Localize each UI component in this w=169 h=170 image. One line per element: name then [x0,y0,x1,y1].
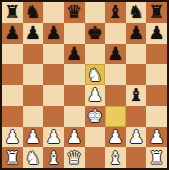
square-b6[interactable] [23,44,44,65]
white-pawn: ♟ [128,127,144,147]
square-a6[interactable] [2,44,23,65]
square-c5[interactable] [43,64,64,85]
square-g2[interactable]: ♟ [126,127,147,148]
square-g7[interactable]: ♟ [126,23,147,44]
square-f1[interactable]: ♝ [105,147,126,168]
white-rook: ♜ [4,147,20,167]
white-knight: ♞ [87,64,103,84]
square-f4[interactable] [105,85,126,106]
square-d3[interactable] [64,106,85,127]
square-g8[interactable]: ♞ [126,2,147,23]
square-e5[interactable]: ♞ [85,64,106,85]
black-pawn: ♟ [149,23,165,43]
square-d4[interactable] [64,85,85,106]
square-b4[interactable] [23,85,44,106]
square-e2[interactable] [85,127,106,148]
white-king: ♚ [87,106,103,126]
square-b7[interactable]: ♟ [23,23,44,44]
square-f8[interactable]: ♝ [105,2,126,23]
square-h6[interactable] [146,44,167,65]
black-knight: ♞ [128,2,144,22]
white-pawn: ♟ [4,127,20,147]
square-a1[interactable]: ♜ [2,147,23,168]
chess-board: ♜♞♛♝♞♜♟♟♟♚♟♟♟♟♞♟♝♚♟♟♟♟♟♟♟♜♞♝♛♝♜ [2,2,167,168]
black-bishop: ♝ [128,85,144,105]
white-knight: ♞ [25,147,41,167]
square-e8[interactable] [85,2,106,23]
square-g5[interactable] [126,64,147,85]
black-bishop: ♝ [107,2,123,22]
square-h5[interactable] [146,64,167,85]
square-a5[interactable] [2,64,23,85]
square-c2[interactable]: ♟ [43,127,64,148]
square-e3[interactable]: ♚ [85,106,106,127]
white-queen: ♛ [66,147,82,167]
white-pawn: ♟ [25,127,41,147]
square-b1[interactable]: ♞ [23,147,44,168]
black-pawn: ♟ [25,23,41,43]
white-pawn: ♟ [45,127,61,147]
square-f5[interactable] [105,64,126,85]
black-pawn: ♟ [107,44,123,64]
white-pawn: ♟ [87,85,103,105]
square-b2[interactable]: ♟ [23,127,44,148]
square-f6[interactable]: ♟ [105,44,126,65]
square-h8[interactable]: ♜ [146,2,167,23]
white-bishop: ♝ [45,147,61,167]
square-h1[interactable]: ♜ [146,147,167,168]
square-a2[interactable]: ♟ [2,127,23,148]
square-a4[interactable] [2,85,23,106]
square-d6[interactable]: ♟ [64,44,85,65]
square-f2[interactable]: ♟ [105,127,126,148]
square-h4[interactable] [146,85,167,106]
square-b8[interactable]: ♞ [23,2,44,23]
black-pawn: ♟ [128,23,144,43]
square-d7[interactable] [64,23,85,44]
square-c7[interactable]: ♟ [43,23,64,44]
square-e6[interactable] [85,44,106,65]
square-g4[interactable]: ♝ [126,85,147,106]
square-a3[interactable] [2,106,23,127]
square-d1[interactable]: ♛ [64,147,85,168]
square-e1[interactable] [85,147,106,168]
square-c3[interactable] [43,106,64,127]
white-bishop: ♝ [107,147,123,167]
black-queen: ♛ [66,2,82,22]
square-f3[interactable] [105,106,126,127]
square-a8[interactable]: ♜ [2,2,23,23]
black-pawn: ♟ [4,23,20,43]
square-d8[interactable]: ♛ [64,2,85,23]
square-h2[interactable]: ♟ [146,127,167,148]
square-f7[interactable] [105,23,126,44]
white-pawn: ♟ [66,127,82,147]
white-pawn: ♟ [149,127,165,147]
square-e7[interactable]: ♚ [85,23,106,44]
square-h7[interactable]: ♟ [146,23,167,44]
white-pawn: ♟ [107,127,123,147]
square-g3[interactable] [126,106,147,127]
square-d5[interactable] [64,64,85,85]
black-rook: ♜ [4,2,20,22]
board-frame: ♜♞♛♝♞♜♟♟♟♚♟♟♟♟♞♟♝♚♟♟♟♟♟♟♟♜♞♝♛♝♜ [0,0,169,170]
square-a7[interactable]: ♟ [2,23,23,44]
square-d2[interactable]: ♟ [64,127,85,148]
black-king: ♚ [87,23,103,43]
square-g6[interactable] [126,44,147,65]
square-c4[interactable] [43,85,64,106]
square-h3[interactable] [146,106,167,127]
square-b3[interactable] [23,106,44,127]
black-knight: ♞ [25,2,41,22]
square-c6[interactable] [43,44,64,65]
black-rook: ♜ [149,2,165,22]
square-g1[interactable] [126,147,147,168]
square-b5[interactable] [23,64,44,85]
square-c8[interactable] [43,2,64,23]
square-e4[interactable]: ♟ [85,85,106,106]
black-pawn: ♟ [45,23,61,43]
white-rook: ♜ [149,147,165,167]
black-pawn: ♟ [66,44,82,64]
square-c1[interactable]: ♝ [43,147,64,168]
